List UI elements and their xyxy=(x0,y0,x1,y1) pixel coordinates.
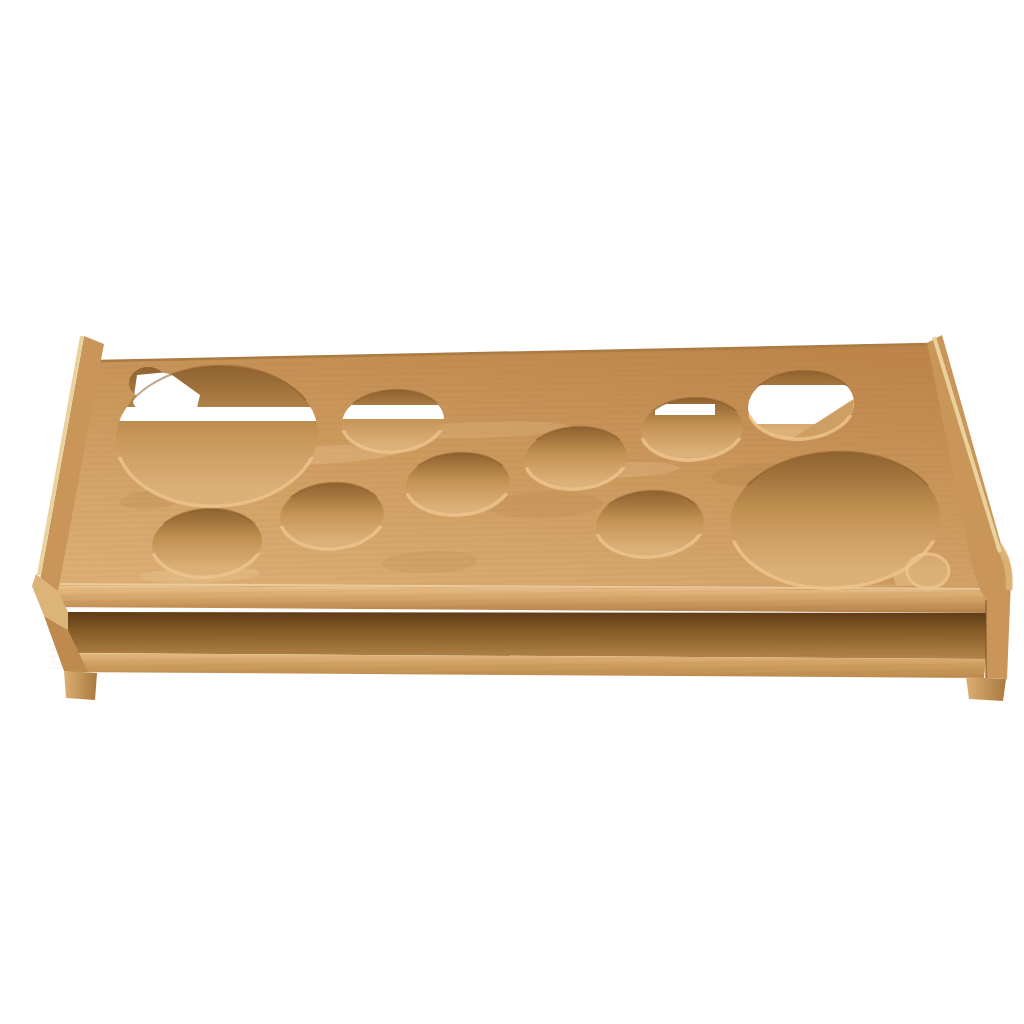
right-foot xyxy=(966,677,1006,701)
front-grain-texture xyxy=(50,586,988,678)
bamboo-rack-illustration xyxy=(0,0,1024,1024)
product-photo xyxy=(0,0,1024,1024)
left-foot xyxy=(64,671,97,700)
